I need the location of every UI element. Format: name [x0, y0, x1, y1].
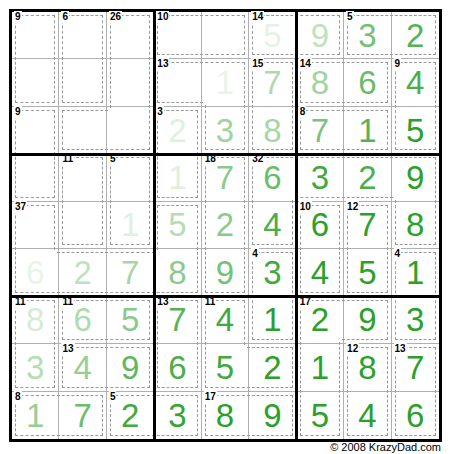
- solution-digit: 3: [311, 161, 329, 194]
- cell-r9c7[interactable]: 5: [297, 392, 344, 439]
- cage-sum-label: 12: [346, 343, 359, 355]
- cell-r8c5[interactable]: 5: [202, 344, 249, 391]
- cell-r3c6[interactable]: 8: [249, 107, 296, 154]
- cell-r6c4[interactable]: 8: [154, 249, 201, 296]
- cell-r4c3[interactable]: 5: [107, 154, 154, 201]
- solution-digit: 2: [121, 399, 139, 432]
- cell-r6c8[interactable]: 5: [344, 249, 391, 296]
- cell-r6c2[interactable]: 2: [59, 249, 106, 296]
- cell-r2c8[interactable]: 6: [344, 59, 391, 106]
- cell-r1c9[interactable]: 2: [392, 12, 439, 59]
- solution-digit: 4: [263, 208, 281, 241]
- cage-sum-label: 8: [14, 391, 22, 403]
- cell-r4c7[interactable]: 3: [297, 154, 344, 201]
- cell-r8c4[interactable]: 6: [154, 344, 201, 391]
- copyright-text: © 2008 KrazyDad.com: [330, 441, 441, 453]
- cell-r1c7[interactable]: 9: [297, 12, 344, 59]
- cage-sum-label: 26: [109, 11, 122, 23]
- cell-r3c7[interactable]: 87: [297, 107, 344, 154]
- cage-sum-label: 12: [346, 201, 359, 213]
- cell-r4c5[interactable]: 187: [202, 154, 249, 201]
- cell-r9c2[interactable]: 7: [59, 392, 106, 439]
- cell-r7c7[interactable]: 172: [297, 297, 344, 344]
- solution-digit: 9: [358, 303, 376, 336]
- solution-digit: 7: [358, 208, 376, 241]
- solution-digit: 8: [358, 351, 376, 384]
- cell-r1c6[interactable]: 145: [249, 12, 296, 59]
- cell-r5c7[interactable]: 106: [297, 202, 344, 249]
- solution-digit: 2: [358, 161, 376, 194]
- solution-digit: 3: [263, 256, 281, 289]
- cage-sum-label: 14: [251, 11, 264, 23]
- cell-r4c8[interactable]: 2: [344, 154, 391, 201]
- solution-digit: 9: [406, 161, 424, 194]
- cell-r2c1[interactable]: [12, 59, 59, 106]
- cage-sum-label: 9: [14, 11, 22, 23]
- solution-digit: 4: [216, 303, 234, 336]
- solution-digit: 1: [26, 399, 44, 432]
- cell-r7c2[interactable]: 116: [59, 297, 106, 344]
- cell-r2c3[interactable]: [107, 59, 154, 106]
- cell-r6c7[interactable]: 4: [297, 249, 344, 296]
- cell-r3c5[interactable]: 3: [202, 107, 249, 154]
- cell-r2c9[interactable]: 94: [392, 59, 439, 106]
- cell-r3c8[interactable]: 1: [344, 107, 391, 154]
- solution-digit: 7: [73, 399, 91, 432]
- solution-digit: 8: [26, 303, 44, 336]
- solution-digit: 5: [121, 303, 139, 336]
- cage-sum-label: 9: [14, 106, 22, 118]
- solution-digit: 9: [121, 351, 139, 384]
- solution-digit: 5: [168, 208, 186, 241]
- cell-r5c1[interactable]: 37: [12, 202, 59, 249]
- cell-r3c3[interactable]: [107, 107, 154, 154]
- cell-r8c2[interactable]: 134: [59, 344, 106, 391]
- solution-digit: 1: [358, 114, 376, 147]
- cell-r7c4[interactable]: 137: [154, 297, 201, 344]
- cell-r4c4[interactable]: 1: [154, 154, 201, 201]
- cage-sum-label: 5: [109, 153, 117, 165]
- cage-sum-label: 37: [14, 201, 27, 213]
- solution-digit: 4: [73, 351, 91, 384]
- cell-r8c9[interactable]: 137: [392, 344, 439, 391]
- cell-r6c9[interactable]: 41: [392, 249, 439, 296]
- cell-r8c3[interactable]: 9: [107, 344, 154, 391]
- cell-r3c4[interactable]: 32: [154, 107, 201, 154]
- cage-sum-label: 15: [251, 58, 264, 70]
- cell-r2c5[interactable]: 1: [202, 59, 249, 106]
- cell-r2c6[interactable]: 157: [249, 59, 296, 106]
- solution-digit: 2: [168, 114, 186, 147]
- solution-digit: 9: [263, 399, 281, 432]
- solution-digit: 5: [358, 256, 376, 289]
- solution-digit: 3: [358, 19, 376, 52]
- solution-digit: 6: [358, 66, 376, 99]
- solution-digit: 6: [73, 303, 91, 336]
- solution-digit: 6: [406, 399, 424, 432]
- cell-r8c7[interactable]: 1: [297, 344, 344, 391]
- solution-digit: 8: [311, 66, 329, 99]
- cage-outline: [105, 105, 150, 150]
- cell-r6c1[interactable]: 6: [12, 249, 59, 296]
- solution-digit: 6: [168, 351, 186, 384]
- solution-digit: 2: [311, 303, 329, 336]
- solution-digit: 7: [168, 303, 186, 336]
- cell-r4c9[interactable]: 9: [392, 154, 439, 201]
- solution-digit: 8: [406, 208, 424, 241]
- solution-digit: 3: [406, 303, 424, 336]
- cell-r6c5[interactable]: 9: [202, 249, 249, 296]
- killer-sudoku-board: 9626101459532131157148694932388715115118…: [9, 9, 442, 442]
- solution-digit: 8: [168, 256, 186, 289]
- solution-digit: 1: [263, 303, 281, 336]
- cell-r3c1[interactable]: 9: [12, 107, 59, 154]
- cage-sum-label: 9: [394, 58, 402, 70]
- cell-r4c1[interactable]: [12, 154, 59, 201]
- cell-r5c6[interactable]: 4: [249, 202, 296, 249]
- solution-digit: 6: [263, 161, 281, 194]
- cage-sum-label: 5: [109, 391, 117, 403]
- cell-r8c1[interactable]: 3: [12, 344, 59, 391]
- cell-r1c3[interactable]: 26: [107, 12, 154, 59]
- solution-digit: 7: [121, 256, 139, 289]
- cage-outline: [200, 15, 245, 55]
- cage-sum-label: 32: [251, 153, 264, 165]
- cage-sum-label: 4: [394, 248, 402, 260]
- cage-sum-label: 17: [299, 296, 312, 308]
- solution-digit: 1: [168, 161, 186, 194]
- cage-sum-label: 18: [204, 153, 217, 165]
- cell-r7c6[interactable]: 1: [249, 297, 296, 344]
- cage-sum-label: 10: [299, 201, 312, 213]
- solution-digit: 1: [406, 256, 424, 289]
- cell-r2c4[interactable]: 13: [154, 59, 201, 106]
- cell-r7c3[interactable]: 5: [107, 297, 154, 344]
- cage-outline: [62, 200, 102, 245]
- cell-r9c6[interactable]: 9: [249, 392, 296, 439]
- cage-sum-label: 6: [61, 11, 69, 23]
- solution-digit: 9: [311, 19, 329, 52]
- cage-outline: [15, 152, 55, 197]
- cell-r7c8[interactable]: 9: [344, 297, 391, 344]
- cell-r1c2[interactable]: 6: [59, 12, 106, 59]
- solution-digit: 2: [216, 208, 234, 241]
- cell-r5c2[interactable]: [59, 202, 106, 249]
- solution-digit: 8: [263, 114, 281, 147]
- cage-sum-label: 8: [299, 106, 307, 118]
- solution-digit: 6: [26, 256, 44, 289]
- solution-digit: 3: [216, 114, 234, 147]
- cell-r9c9[interactable]: 6: [392, 392, 439, 439]
- cage-sum-label: 11: [204, 296, 217, 308]
- cell-r5c8[interactable]: 127: [344, 202, 391, 249]
- cell-r4c2[interactable]: 11: [59, 154, 106, 201]
- cell-r5c9[interactable]: 8: [392, 202, 439, 249]
- solution-digit: 4: [406, 66, 424, 99]
- solution-digit: 2: [406, 19, 424, 52]
- solution-digit: 8: [216, 399, 234, 432]
- cage-sum-label: 3: [156, 106, 164, 118]
- cell-r8c6[interactable]: 2: [249, 344, 296, 391]
- solution-digit: 3: [26, 351, 44, 384]
- cage-sum-label: 13: [394, 343, 407, 355]
- solution-digit: 5: [311, 399, 329, 432]
- solution-digit: 7: [406, 351, 424, 384]
- cell-r5c4[interactable]: 5: [154, 202, 201, 249]
- solution-digit: 7: [263, 66, 281, 99]
- cell-r8c8[interactable]: 128: [344, 344, 391, 391]
- cell-r9c8[interactable]: 4: [344, 392, 391, 439]
- solution-digit: 6: [311, 208, 329, 241]
- cell-r7c9[interactable]: 3: [392, 297, 439, 344]
- cell-r2c2[interactable]: [59, 59, 106, 106]
- cage-sum-label: 5: [346, 11, 354, 23]
- solution-digit: 3: [168, 399, 186, 432]
- cage-outline: [15, 57, 55, 102]
- cell-r7c5[interactable]: 114: [202, 297, 249, 344]
- cage-sum-label: 11: [14, 296, 27, 308]
- solution-digit: 2: [263, 351, 281, 384]
- cage-sum-label: 13: [61, 343, 74, 355]
- cell-r6c3[interactable]: 7: [107, 249, 154, 296]
- cell-r1c8[interactable]: 53: [344, 12, 391, 59]
- cage-sum-label: 11: [61, 296, 74, 308]
- cell-r2c7[interactable]: 148: [297, 59, 344, 106]
- solution-digit: 2: [73, 256, 91, 289]
- solution-digit: 5: [216, 351, 234, 384]
- cage-outline: [62, 57, 102, 102]
- cell-r9c3[interactable]: 52: [107, 392, 154, 439]
- cell-r3c9[interactable]: 5: [392, 107, 439, 154]
- cell-r6c6[interactable]: 43: [249, 249, 296, 296]
- cage-sum-label: 10: [156, 11, 169, 23]
- cell-r1c1[interactable]: 9: [12, 12, 59, 59]
- cell-r9c5[interactable]: 178: [202, 392, 249, 439]
- solution-digit: 7: [216, 161, 234, 194]
- solution-digit: 7: [311, 114, 329, 147]
- cage-outline: [62, 110, 107, 150]
- solution-digit: 4: [311, 256, 329, 289]
- cage-sum-label: 13: [156, 296, 169, 308]
- cell-r9c4[interactable]: 3: [154, 392, 201, 439]
- cage-sum-label: 17: [204, 391, 217, 403]
- cell-r1c5[interactable]: [202, 12, 249, 59]
- cell-r3c2[interactable]: [59, 107, 106, 154]
- solution-digit: 4: [358, 399, 376, 432]
- cage-sum-label: 14: [299, 58, 312, 70]
- cage-sum-label: 13: [156, 58, 169, 70]
- cage-sum-label: 4: [251, 248, 259, 260]
- solution-digit: 5: [263, 19, 281, 52]
- cell-r7c1[interactable]: 118: [12, 297, 59, 344]
- cell-r5c3[interactable]: 1: [107, 202, 154, 249]
- solution-digit: 1: [216, 66, 234, 99]
- cell-r4c6[interactable]: 326: [249, 154, 296, 201]
- cell-r9c1[interactable]: 81: [12, 392, 59, 439]
- solution-digit: 1: [311, 351, 329, 384]
- solution-digit: 1: [121, 208, 139, 241]
- solution-digit: 5: [406, 114, 424, 147]
- solution-digit: 9: [216, 256, 234, 289]
- cell-r5c5[interactable]: 2: [202, 202, 249, 249]
- cage-outline: [110, 57, 150, 107]
- cell-r1c4[interactable]: 10: [154, 12, 201, 59]
- cage-sum-label: 11: [61, 153, 74, 165]
